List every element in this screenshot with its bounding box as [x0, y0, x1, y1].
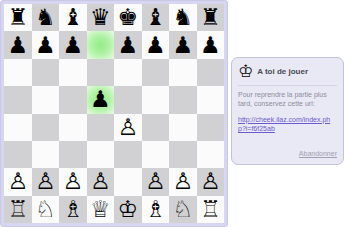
square-b3[interactable] — [32, 141, 60, 168]
square-d7[interactable] — [87, 31, 115, 58]
square-g4[interactable] — [169, 114, 197, 141]
square-h3[interactable] — [197, 141, 225, 168]
square-a7[interactable]: ♟ — [4, 31, 32, 58]
square-d5[interactable]: ♟ — [87, 86, 115, 113]
square-g3[interactable] — [169, 141, 197, 168]
piece-white-bishop: ♗ — [62, 198, 83, 221]
piece-black-pawn: ♟ — [200, 34, 221, 57]
square-c1[interactable]: ♗ — [59, 196, 87, 223]
abandon-link[interactable]: Abandonner — [299, 150, 337, 157]
piece-black-king: ♚ — [117, 6, 138, 29]
piece-black-pawn: ♟ — [117, 34, 138, 57]
square-g1[interactable]: ♘ — [169, 196, 197, 223]
square-c7[interactable]: ♟ — [59, 31, 87, 58]
piece-black-bishop: ♝ — [145, 6, 166, 29]
square-b2[interactable]: ♙ — [32, 168, 60, 195]
square-e7[interactable]: ♟ — [114, 31, 142, 58]
square-f1[interactable]: ♗ — [142, 196, 170, 223]
square-g6[interactable] — [169, 59, 197, 86]
piece-white-rook: ♖ — [7, 198, 28, 221]
square-c2[interactable]: ♙ — [59, 168, 87, 195]
square-b7[interactable]: ♟ — [32, 31, 60, 58]
square-h2[interactable]: ♙ — [197, 168, 225, 195]
square-c3[interactable] — [59, 141, 87, 168]
square-d4[interactable] — [87, 114, 115, 141]
piece-black-rook: ♜ — [7, 6, 28, 29]
turn-status-text: A toi de jouer — [257, 67, 308, 76]
square-b5[interactable] — [32, 86, 60, 113]
square-f8[interactable]: ♝ — [142, 4, 170, 31]
piece-white-pawn: ♙ — [200, 170, 221, 193]
piece-black-pawn: ♟ — [35, 34, 56, 57]
piece-white-pawn: ♙ — [117, 116, 138, 139]
piece-black-bishop: ♝ — [62, 6, 83, 29]
piece-white-bishop: ♗ — [145, 198, 166, 221]
piece-white-pawn: ♙ — [62, 170, 83, 193]
square-a4[interactable] — [4, 114, 32, 141]
square-f5[interactable] — [142, 86, 170, 113]
square-d2[interactable]: ♙ — [87, 168, 115, 195]
piece-white-pawn: ♙ — [145, 170, 166, 193]
square-h5[interactable] — [197, 86, 225, 113]
piece-black-knight: ♞ — [172, 6, 193, 29]
square-e6[interactable] — [114, 59, 142, 86]
piece-black-pawn: ♟ — [145, 34, 166, 57]
square-d3[interactable] — [87, 141, 115, 168]
piece-white-pawn: ♙ — [90, 170, 111, 193]
chess-board-frame: ♜♞♝♛♚♝♞♜♟♟♟♟♟♟♟♟♙♙♙♙♙♙♙♙♖♘♗♕♔♗♘♖ — [0, 0, 228, 227]
piece-black-knight: ♞ — [35, 6, 56, 29]
square-g2[interactable]: ♙ — [169, 168, 197, 195]
square-g7[interactable]: ♟ — [169, 31, 197, 58]
chess-board: ♜♞♝♛♚♝♞♜♟♟♟♟♟♟♟♟♙♙♙♙♙♙♙♙♖♘♗♕♔♗♘♖ — [4, 4, 224, 223]
panel-divider — [238, 85, 337, 86]
resume-url-link[interactable]: http://cheek.ilaz.com/index.php?i=f6f25a… — [238, 115, 337, 134]
piece-black-pawn: ♟ — [62, 34, 83, 57]
square-a6[interactable] — [4, 59, 32, 86]
square-d1[interactable]: ♕ — [87, 196, 115, 223]
panel-header: ♔ A toi de jouer — [238, 63, 337, 80]
piece-white-king: ♔ — [117, 198, 138, 221]
square-f7[interactable]: ♟ — [142, 31, 170, 58]
square-b6[interactable] — [32, 59, 60, 86]
piece-white-queen: ♕ — [90, 198, 111, 221]
square-c8[interactable]: ♝ — [59, 4, 87, 31]
square-a8[interactable]: ♜ — [4, 4, 32, 31]
square-e4[interactable]: ♙ — [114, 114, 142, 141]
piece-white-rook: ♖ — [200, 198, 221, 221]
square-f2[interactable]: ♙ — [142, 168, 170, 195]
square-a5[interactable] — [4, 86, 32, 113]
piece-white-pawn: ♙ — [7, 170, 28, 193]
square-e5[interactable] — [114, 86, 142, 113]
square-c6[interactable] — [59, 59, 87, 86]
square-b8[interactable]: ♞ — [32, 4, 60, 31]
piece-white-pawn: ♙ — [35, 170, 56, 193]
square-a2[interactable]: ♙ — [4, 168, 32, 195]
piece-black-queen: ♛ — [90, 6, 111, 29]
square-e8[interactable]: ♚ — [114, 4, 142, 31]
square-h7[interactable]: ♟ — [197, 31, 225, 58]
turn-info-panel: ♔ A toi de jouer Pour reprendre la parti… — [231, 57, 344, 165]
abandon-row: Abandonner — [238, 142, 337, 160]
square-b1[interactable]: ♘ — [32, 196, 60, 223]
resume-info-text: Pour reprendre la partie plus tard, cons… — [238, 90, 337, 109]
square-f4[interactable] — [142, 114, 170, 141]
piece-black-pawn: ♟ — [90, 88, 111, 111]
piece-white-pawn: ♙ — [172, 170, 193, 193]
square-f6[interactable] — [142, 59, 170, 86]
square-a1[interactable]: ♖ — [4, 196, 32, 223]
piece-white-knight: ♘ — [35, 198, 56, 221]
square-f3[interactable] — [142, 141, 170, 168]
piece-black-pawn: ♟ — [7, 34, 28, 57]
square-g5[interactable] — [169, 86, 197, 113]
square-h1[interactable]: ♖ — [197, 196, 225, 223]
square-h8[interactable]: ♜ — [197, 4, 225, 31]
piece-black-rook: ♜ — [200, 6, 221, 29]
square-a3[interactable] — [4, 141, 32, 168]
square-c4[interactable] — [59, 114, 87, 141]
square-h6[interactable] — [197, 59, 225, 86]
square-c5[interactable] — [59, 86, 87, 113]
square-e3[interactable] — [114, 141, 142, 168]
piece-black-pawn: ♟ — [172, 34, 193, 57]
square-d6[interactable] — [87, 59, 115, 86]
square-e1[interactable]: ♔ — [114, 196, 142, 223]
piece-white-knight: ♘ — [172, 198, 193, 221]
white-king-icon: ♔ — [238, 63, 253, 80]
square-e2[interactable] — [114, 168, 142, 195]
square-h4[interactable] — [197, 114, 225, 141]
square-d8[interactable]: ♛ — [87, 4, 115, 31]
square-g8[interactable]: ♞ — [169, 4, 197, 31]
square-b4[interactable] — [32, 114, 60, 141]
